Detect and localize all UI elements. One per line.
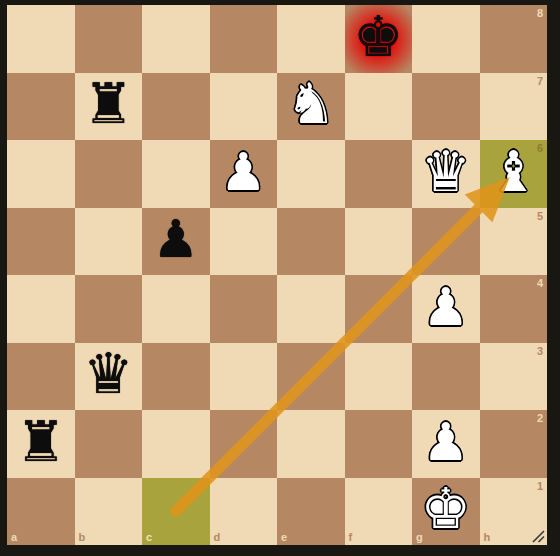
- square-a4[interactable]: [7, 275, 75, 343]
- square-f1[interactable]: f: [345, 478, 413, 546]
- file-label-a: a: [11, 532, 17, 543]
- square-e3[interactable]: [277, 343, 345, 411]
- file-label-g: g: [416, 532, 423, 543]
- square-f7[interactable]: [345, 73, 413, 141]
- rank-label-3: 3: [537, 346, 543, 357]
- square-h1[interactable]: h1: [480, 478, 548, 546]
- white-queen[interactable]: ♛: [421, 144, 471, 200]
- square-b5[interactable]: [75, 208, 143, 276]
- page-background: ♚8♜♞7♟♛♝6♟5♟4♛3♜♟2abcdef♚gh1: [0, 0, 560, 556]
- square-d1[interactable]: d: [210, 478, 278, 546]
- square-e4[interactable]: [277, 275, 345, 343]
- square-b7[interactable]: ♜: [75, 73, 143, 141]
- square-f2[interactable]: [345, 410, 413, 478]
- rank-label-1: 1: [537, 481, 543, 492]
- square-e1[interactable]: e: [277, 478, 345, 546]
- black-pawn[interactable]: ♟: [152, 213, 199, 265]
- white-pawn[interactable]: ♟: [220, 146, 267, 198]
- square-c7[interactable]: [142, 73, 210, 141]
- black-queen[interactable]: ♛: [83, 346, 133, 402]
- square-a3[interactable]: [7, 343, 75, 411]
- white-bishop[interactable]: ♝: [488, 144, 538, 200]
- square-d6[interactable]: ♟: [210, 140, 278, 208]
- white-pawn[interactable]: ♟: [422, 416, 469, 468]
- rank-label-8: 8: [537, 8, 543, 19]
- square-g1[interactable]: ♚g: [412, 478, 480, 546]
- square-g5[interactable]: [412, 208, 480, 276]
- rank-label-5: 5: [537, 211, 543, 222]
- square-e6[interactable]: [277, 140, 345, 208]
- black-king[interactable]: ♚: [353, 9, 403, 65]
- file-label-f: f: [349, 532, 353, 543]
- white-pawn[interactable]: ♟: [422, 281, 469, 333]
- square-e8[interactable]: [277, 5, 345, 73]
- square-d3[interactable]: [210, 343, 278, 411]
- file-label-e: e: [281, 532, 287, 543]
- square-c8[interactable]: [142, 5, 210, 73]
- square-d7[interactable]: [210, 73, 278, 141]
- square-b1[interactable]: b: [75, 478, 143, 546]
- square-g4[interactable]: ♟: [412, 275, 480, 343]
- square-f4[interactable]: [345, 275, 413, 343]
- square-f5[interactable]: [345, 208, 413, 276]
- rank-label-6: 6: [537, 143, 543, 154]
- file-label-h: h: [484, 532, 491, 543]
- square-c2[interactable]: [142, 410, 210, 478]
- square-c4[interactable]: [142, 275, 210, 343]
- square-a2[interactable]: ♜: [7, 410, 75, 478]
- square-e2[interactable]: [277, 410, 345, 478]
- square-g2[interactable]: ♟: [412, 410, 480, 478]
- square-h6[interactable]: ♝6: [480, 140, 548, 208]
- square-a1[interactable]: a: [7, 478, 75, 546]
- square-h7[interactable]: 7: [480, 73, 548, 141]
- white-knight[interactable]: ♞: [286, 76, 336, 132]
- square-d2[interactable]: [210, 410, 278, 478]
- file-label-c: c: [146, 532, 152, 543]
- square-f8[interactable]: ♚: [345, 5, 413, 73]
- white-king[interactable]: ♚: [421, 481, 471, 537]
- square-g7[interactable]: [412, 73, 480, 141]
- rank-label-7: 7: [537, 76, 543, 87]
- square-h8[interactable]: 8: [480, 5, 548, 73]
- square-b3[interactable]: ♛: [75, 343, 143, 411]
- square-b4[interactable]: [75, 275, 143, 343]
- square-b8[interactable]: [75, 5, 143, 73]
- square-f3[interactable]: [345, 343, 413, 411]
- rank-label-4: 4: [537, 278, 543, 289]
- square-c3[interactable]: [142, 343, 210, 411]
- square-g3[interactable]: [412, 343, 480, 411]
- square-h5[interactable]: 5: [480, 208, 548, 276]
- square-f6[interactable]: [345, 140, 413, 208]
- square-d5[interactable]: [210, 208, 278, 276]
- black-rook[interactable]: ♜: [16, 414, 66, 470]
- square-g6[interactable]: ♛: [412, 140, 480, 208]
- square-a8[interactable]: [7, 5, 75, 73]
- square-e5[interactable]: [277, 208, 345, 276]
- square-b2[interactable]: [75, 410, 143, 478]
- square-h2[interactable]: 2: [480, 410, 548, 478]
- square-d8[interactable]: [210, 5, 278, 73]
- square-a6[interactable]: [7, 140, 75, 208]
- square-b6[interactable]: [75, 140, 143, 208]
- board-resize-handle-icon[interactable]: [532, 530, 545, 543]
- square-h3[interactable]: 3: [480, 343, 548, 411]
- square-g8[interactable]: [412, 5, 480, 73]
- square-c5[interactable]: ♟: [142, 208, 210, 276]
- square-e7[interactable]: ♞: [277, 73, 345, 141]
- square-c6[interactable]: [142, 140, 210, 208]
- square-a7[interactable]: [7, 73, 75, 141]
- file-label-d: d: [214, 532, 221, 543]
- file-label-b: b: [79, 532, 86, 543]
- square-d4[interactable]: [210, 275, 278, 343]
- black-rook[interactable]: ♜: [83, 76, 133, 132]
- chess-board: ♚8♜♞7♟♛♝6♟5♟4♛3♜♟2abcdef♚gh1: [7, 5, 547, 545]
- square-c1[interactable]: c: [142, 478, 210, 546]
- square-a5[interactable]: [7, 208, 75, 276]
- square-h4[interactable]: 4: [480, 275, 548, 343]
- rank-label-2: 2: [537, 413, 543, 424]
